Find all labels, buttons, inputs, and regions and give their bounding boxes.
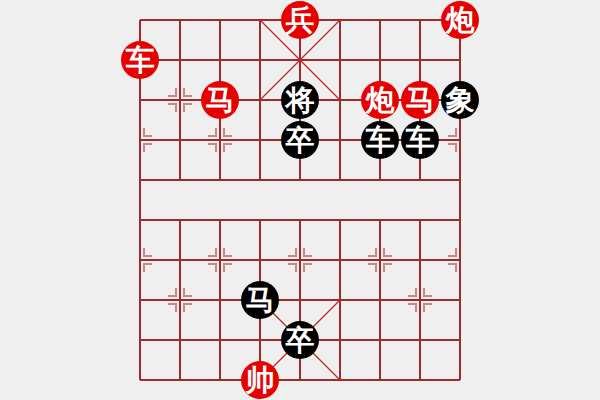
piece-red-general[interactable]: 帅 xyxy=(241,361,279,399)
piece-glyph: 炮 xyxy=(446,1,475,39)
piece-glyph: 卒 xyxy=(286,121,315,159)
piece-glyph: 卒 xyxy=(286,321,315,359)
piece-glyph: 马 xyxy=(206,81,235,119)
piece-black-horse[interactable]: 马 xyxy=(241,281,279,319)
piece-glyph: 马 xyxy=(246,281,275,319)
piece-glyph: 车 xyxy=(126,41,155,79)
piece-glyph: 兵 xyxy=(286,1,315,39)
piece-red-horse[interactable]: 马 xyxy=(201,81,239,119)
piece-red-cannon[interactable]: 炮 xyxy=(441,1,479,39)
piece-red-cannon[interactable]: 炮 xyxy=(361,81,399,119)
piece-grid: 兵炮车马将炮马象卒车车马卒帅 xyxy=(120,0,480,400)
piece-glyph: 象 xyxy=(446,81,475,119)
piece-glyph: 帅 xyxy=(246,361,275,399)
piece-black-elephant[interactable]: 象 xyxy=(441,81,479,119)
piece-glyph: 车 xyxy=(366,121,395,159)
piece-glyph: 将 xyxy=(286,81,315,119)
piece-red-soldier[interactable]: 兵 xyxy=(281,1,319,39)
piece-black-soldier[interactable]: 卒 xyxy=(281,121,319,159)
piece-glyph: 车 xyxy=(406,121,435,159)
piece-red-chariot[interactable]: 车 xyxy=(121,41,159,79)
piece-glyph: 炮 xyxy=(366,81,395,119)
xiangqi-board: 兵炮车马将炮马象卒车车马卒帅 xyxy=(0,0,600,400)
piece-black-soldier[interactable]: 卒 xyxy=(281,321,319,359)
piece-red-horse[interactable]: 马 xyxy=(401,81,439,119)
piece-glyph: 马 xyxy=(406,81,435,119)
piece-black-general[interactable]: 将 xyxy=(281,81,319,119)
piece-black-chariot[interactable]: 车 xyxy=(361,121,399,159)
piece-black-chariot[interactable]: 车 xyxy=(401,121,439,159)
